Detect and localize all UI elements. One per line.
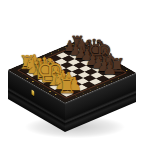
drawer-latch bbox=[32, 90, 35, 97]
chess-set-product-photo: ♜♞♝♛♚♝♞♜♟♟♟♟♟♟♟♟♟♟♟♟♟♟♟♟♜♞♝♛♚♝♞♜ bbox=[0, 0, 150, 150]
